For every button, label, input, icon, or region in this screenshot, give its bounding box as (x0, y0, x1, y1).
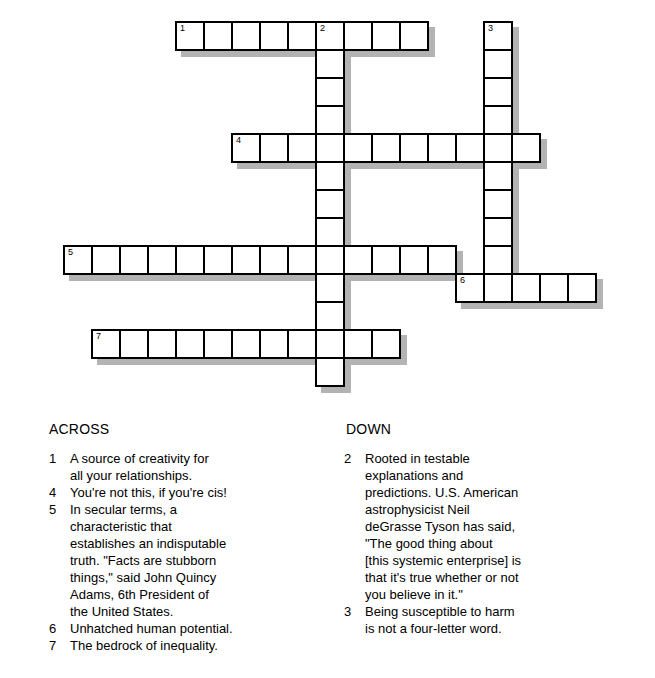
clue-text-line: predictions. U.S. American (365, 484, 521, 501)
clue-number: 6 (457, 275, 483, 285)
clue-item: 7The bedrock of inequality. (49, 637, 233, 654)
clue-item: 3Being susceptible to harmis not a four-… (344, 603, 521, 637)
grid-cell[interactable]: 4 (231, 133, 261, 163)
clue-text-line: astrophysicist Neil (365, 501, 521, 518)
grid-cell[interactable] (483, 217, 513, 247)
grid-cell[interactable]: 3 (483, 21, 513, 51)
clue-item-number: 2 (344, 450, 365, 603)
grid-cell[interactable] (259, 21, 289, 51)
grid-cell[interactable] (315, 77, 345, 107)
across-header: ACROSS (49, 421, 109, 437)
grid-cell[interactable] (483, 273, 513, 303)
grid-cell[interactable] (343, 21, 373, 51)
grid-cell[interactable] (315, 161, 345, 191)
grid-cell[interactable] (315, 105, 345, 135)
clue-text-line: Unhatched human potential. (70, 620, 233, 637)
clue-text: Being susceptible to harmis not a four-l… (365, 603, 515, 637)
down-clues: 2Rooted in testableexplanations andpredi… (344, 450, 521, 637)
clue-text-line: A source of creativity for (70, 450, 209, 467)
crossword-page: 1234567 ACROSS 1A source of creativity f… (0, 0, 655, 678)
clue-text-line: [this systemic enterprise] is (365, 552, 521, 569)
clue-text: Rooted in testableexplanations andpredic… (365, 450, 521, 603)
grid-cell[interactable] (455, 133, 485, 163)
grid-cell[interactable] (315, 133, 345, 163)
grid-cell[interactable] (259, 133, 289, 163)
clue-text-line: truth. "Facts are stubborn (70, 552, 226, 569)
clue-item-number: 6 (49, 620, 70, 637)
clue-item-number: 5 (49, 501, 70, 620)
clue-text-line: that it's true whether or not (365, 569, 521, 586)
grid-cell[interactable] (175, 329, 205, 359)
clue-text-line: all your relationships. (70, 467, 209, 484)
grid-cell[interactable] (539, 273, 569, 303)
grid-cell[interactable] (119, 245, 149, 275)
grid-cell[interactable] (483, 189, 513, 219)
clue-item: 5In secular terms, acharacteristic thate… (49, 501, 233, 620)
grid-cell[interactable] (259, 329, 289, 359)
clue-item-number: 7 (49, 637, 70, 654)
clue-text-line: the United States. (70, 603, 226, 620)
clue-number: 5 (65, 247, 91, 257)
grid-cell[interactable] (371, 245, 401, 275)
grid-cell[interactable] (343, 329, 373, 359)
clue-text-line: "The good thing about (365, 535, 521, 552)
clue-text-line: deGrasse Tyson has said, (365, 518, 521, 535)
grid-cell[interactable] (343, 245, 373, 275)
grid-cell[interactable] (203, 245, 233, 275)
clue-text-line: explanations and (365, 467, 521, 484)
grid-cell[interactable] (483, 49, 513, 79)
clue-number: 2 (317, 23, 343, 33)
grid-cell[interactable] (259, 245, 289, 275)
grid-cell[interactable]: 5 (63, 245, 93, 275)
grid-cell[interactable] (483, 105, 513, 135)
grid-cell[interactable] (203, 329, 233, 359)
clue-text-line: is not a four-letter word. (365, 620, 515, 637)
clue-text-line: Adams, 6th President of (70, 586, 226, 603)
clue-number: 1 (177, 23, 203, 33)
grid-cell[interactable] (371, 329, 401, 359)
grid-cell[interactable] (483, 161, 513, 191)
grid-cell[interactable]: 6 (455, 273, 485, 303)
clue-text-line: Rooted in testable (365, 450, 521, 467)
grid-cell[interactable] (231, 21, 261, 51)
grid-cell[interactable] (399, 245, 429, 275)
grid-cell[interactable] (371, 133, 401, 163)
clue-item: 4You're not this, if you're cis! (49, 484, 233, 501)
grid-cell[interactable] (203, 21, 233, 51)
grid-cell[interactable] (287, 245, 317, 275)
clue-text-line: you believe in it." (365, 586, 521, 603)
grid-cell[interactable] (315, 329, 345, 359)
clue-number: 7 (93, 331, 119, 341)
grid-cell[interactable] (231, 245, 261, 275)
grid-cell[interactable] (343, 133, 373, 163)
grid-cell[interactable]: 7 (91, 329, 121, 359)
grid-cell[interactable] (427, 245, 457, 275)
across-clues: 1A source of creativity forall your rela… (49, 450, 233, 654)
clue-text-line: things," said John Quincy (70, 569, 226, 586)
grid-cell[interactable] (371, 21, 401, 51)
clue-item: 1A source of creativity forall your rela… (49, 450, 233, 484)
grid-cell[interactable] (119, 329, 149, 359)
clue-text: You're not this, if you're cis! (70, 484, 227, 501)
grid-cell[interactable] (287, 329, 317, 359)
grid-cell[interactable] (315, 245, 345, 275)
clue-item: 6Unhatched human potential. (49, 620, 233, 637)
grid-cell[interactable] (483, 245, 513, 275)
grid-cell[interactable] (147, 245, 177, 275)
grid-cell[interactable]: 2 (315, 21, 345, 51)
clue-text: The bedrock of inequality. (70, 637, 218, 654)
clue-text-line: In secular terms, a (70, 501, 226, 518)
grid-cell[interactable] (315, 189, 345, 219)
clue-text-line: establishes an indisputable (70, 535, 226, 552)
grid-cell[interactable] (315, 217, 345, 247)
grid-cell[interactable] (287, 133, 317, 163)
clue-item-number: 1 (49, 450, 70, 484)
down-header: DOWN (346, 421, 391, 437)
clue-text-line: You're not this, if you're cis! (70, 484, 227, 501)
grid-cell[interactable] (427, 133, 457, 163)
grid-cell[interactable] (91, 245, 121, 275)
clue-text: Unhatched human potential. (70, 620, 233, 637)
grid-cell[interactable] (399, 133, 429, 163)
grid-cell[interactable] (315, 301, 345, 331)
grid-cell[interactable] (511, 133, 541, 163)
clue-item: 2Rooted in testableexplanations andpredi… (344, 450, 521, 603)
grid-cell[interactable] (315, 273, 345, 303)
clue-item-number: 3 (344, 603, 365, 637)
clue-number: 4 (233, 135, 259, 145)
grid-cell[interactable] (147, 329, 177, 359)
clue-number: 3 (485, 23, 511, 33)
grid-cell[interactable]: 1 (175, 21, 205, 51)
grid-cell[interactable] (483, 133, 513, 163)
clue-text: In secular terms, acharacteristic thates… (70, 501, 226, 620)
clue-text-line: Being susceptible to harm (365, 603, 515, 620)
clue-text-line: characteristic that (70, 518, 226, 535)
grid-cell[interactable] (287, 21, 317, 51)
clue-text: A source of creativity forall your relat… (70, 450, 209, 484)
clue-item-number: 4 (49, 484, 70, 501)
grid-cell[interactable] (399, 21, 429, 51)
grid-cell[interactable] (315, 49, 345, 79)
grid-cell[interactable] (511, 273, 541, 303)
grid-cell[interactable] (483, 77, 513, 107)
grid-cell[interactable] (567, 273, 597, 303)
grid-cell[interactable] (175, 245, 205, 275)
grid-cell[interactable] (231, 329, 261, 359)
clue-text-line: The bedrock of inequality. (70, 637, 218, 654)
grid-cell[interactable] (315, 357, 345, 387)
